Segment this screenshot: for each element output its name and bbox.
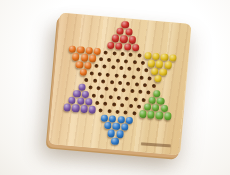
hole: [101, 79, 105, 83]
peg-blue: [107, 129, 115, 137]
hole: [121, 88, 125, 92]
hole: [84, 78, 88, 82]
hole: [131, 75, 135, 79]
hole: [123, 74, 127, 78]
hole: [151, 84, 155, 88]
hole: [124, 59, 128, 63]
peg-red: [112, 35, 120, 43]
peg-purple: [73, 90, 81, 98]
hole: [132, 60, 136, 64]
peg-green: [139, 110, 147, 118]
hole: [104, 50, 108, 54]
peg-orange: [76, 61, 84, 69]
peg-purple: [63, 104, 71, 112]
peg-red: [121, 21, 129, 29]
peg-orange: [68, 45, 76, 53]
peg-purple: [80, 105, 88, 113]
hole: [133, 97, 137, 101]
hole: [142, 97, 146, 101]
hole: [141, 61, 145, 65]
peg-green: [153, 89, 161, 97]
photo-background: [0, 0, 230, 175]
peg-yellow: [159, 68, 167, 76]
hole: [136, 68, 140, 72]
hole: [103, 101, 107, 105]
peg-red: [132, 44, 140, 52]
brand-imprint: [141, 142, 171, 147]
hole: [144, 68, 148, 72]
hole: [102, 65, 106, 69]
hole: [117, 95, 121, 99]
peg-orange: [72, 53, 80, 61]
hole: [110, 80, 114, 84]
hole: [118, 81, 122, 85]
hole: [111, 65, 115, 69]
hole: [126, 81, 130, 85]
peg-green: [147, 111, 155, 119]
peg-yellow: [151, 67, 159, 75]
hole: [125, 96, 129, 100]
hole: [138, 90, 142, 94]
hole: [143, 83, 147, 87]
hole: [107, 109, 111, 113]
peg-blue: [116, 130, 124, 138]
hole: [99, 57, 103, 61]
hole: [98, 72, 102, 76]
chinese-checkers-board: [48, 12, 191, 155]
hole: [94, 64, 98, 68]
hole: [135, 82, 139, 86]
hole: [105, 87, 109, 91]
hole: [137, 104, 141, 108]
hole: [112, 51, 116, 55]
peg-yellow: [147, 60, 155, 68]
hole: [137, 53, 141, 57]
peg-yellow: [164, 61, 172, 69]
hole: [128, 67, 132, 71]
peg-orange: [80, 54, 88, 62]
peg-green: [164, 112, 172, 120]
peg-blue: [111, 137, 119, 145]
peg-green: [157, 97, 165, 105]
peg-blue: [100, 114, 108, 122]
hole: [95, 101, 99, 105]
hole: [89, 71, 93, 75]
hole: [116, 59, 120, 63]
hole: [147, 91, 151, 95]
peg-orange: [89, 55, 97, 63]
peg-red: [123, 43, 131, 51]
hole: [92, 93, 96, 97]
hole: [120, 103, 124, 107]
hole: [148, 76, 152, 80]
hole: [115, 110, 119, 114]
peg-purple: [72, 104, 80, 112]
peg-red: [107, 41, 115, 49]
hole: [130, 89, 134, 93]
peg-red: [128, 36, 136, 44]
hole: [120, 52, 124, 56]
hole: [93, 79, 97, 83]
hole: [124, 111, 128, 115]
hole: [108, 95, 112, 99]
hole: [139, 75, 143, 79]
peg-red: [120, 35, 128, 43]
hole: [119, 66, 123, 70]
peg-grid: [60, 12, 191, 24]
hole: [100, 94, 104, 98]
hole: [107, 58, 111, 62]
hole: [106, 72, 110, 76]
hole: [88, 85, 92, 89]
peg-yellow: [144, 52, 152, 60]
hole: [129, 104, 133, 108]
hole: [96, 86, 100, 90]
hole: [112, 102, 116, 106]
hole: [113, 88, 117, 92]
peg-red: [115, 42, 123, 50]
peg-green: [155, 112, 163, 120]
hole: [99, 108, 103, 112]
peg-purple: [88, 106, 96, 114]
peg-blue: [104, 122, 112, 130]
peg-orange: [79, 68, 87, 76]
peg-yellow: [154, 75, 162, 83]
hole: [132, 111, 136, 115]
peg-blue: [109, 115, 117, 123]
hole: [114, 73, 118, 77]
hole: [129, 52, 133, 56]
peg-yellow: [156, 60, 164, 68]
